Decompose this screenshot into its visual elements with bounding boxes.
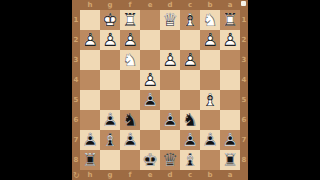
white-king-outline: ♔ [100,10,120,30]
square-h5[interactable] [80,90,100,110]
black-rook[interactable]: ♜ [220,150,240,170]
black-knight-outline: ♘ [120,110,140,130]
coordinate-label: 7 [72,130,80,150]
white-bishop-outline: ♗ [180,10,200,30]
square-d3[interactable]: ♟♙ [160,50,180,70]
square-h8[interactable]: ♜♖ [80,150,100,170]
square-f3[interactable]: ♞♘ [120,50,140,70]
square-c2[interactable] [180,30,200,50]
flip-board-icon[interactable]: ↻ [73,171,80,180]
square-b4[interactable] [200,70,220,90]
page-background: hgfedcba hgfedcba 12345678 12345678 ♚♔♜♖… [0,0,320,180]
coordinate-label: c [180,170,200,180]
square-g5[interactable] [100,90,120,110]
square-c5[interactable] [180,90,200,110]
square-g2[interactable]: ♟♙ [100,30,120,50]
square-h2[interactable]: ♟♙ [80,30,100,50]
square-b2[interactable]: ♟♙ [200,30,220,50]
square-e2[interactable] [140,30,160,50]
square-f6[interactable]: ♞♘ [120,110,140,130]
white-knight-outline: ♘ [200,10,220,30]
white-knight[interactable]: ♞ [200,10,220,30]
white-rook[interactable]: ♜ [220,10,240,30]
coordinate-label: 6 [240,110,248,130]
square-g3[interactable] [100,50,120,70]
coordinate-label: 4 [240,70,248,90]
white-pawn[interactable]: ♟ [100,30,120,50]
black-pawn-outline: ♙ [140,90,160,110]
square-b5[interactable]: ♝♗ [200,90,220,110]
coordinate-label: f [120,170,140,180]
black-king-outline: ♔ [140,150,160,170]
white-pawn[interactable]: ♟ [80,30,100,50]
white-king[interactable]: ♚ [100,10,120,30]
white-pawn[interactable]: ♟ [220,30,240,50]
black-bishop-outline: ♗ [100,130,120,150]
coordinate-label: 8 [72,150,80,170]
white-pawn-outline: ♙ [220,30,240,50]
black-pawn[interactable]: ♟ [120,130,140,150]
square-c8[interactable]: ♝♗ [180,150,200,170]
coordinate-label: 6 [72,110,80,130]
white-pawn-outline: ♙ [180,50,200,70]
coordinate-label: d [160,0,180,10]
chess-board: hgfedcba hgfedcba 12345678 12345678 ♚♔♜♖… [72,0,248,180]
square-d5[interactable] [160,90,180,110]
black-knight[interactable]: ♞ [120,110,140,130]
square-f8[interactable] [120,150,140,170]
square-e8[interactable]: ♚♔ [140,150,160,170]
coordinate-label: 5 [240,90,248,110]
black-queen-outline: ♕ [160,150,180,170]
coordinate-label: g [100,170,120,180]
white-pawn-outline: ♙ [140,70,160,90]
square-f2[interactable]: ♟♙ [120,30,140,50]
square-h3[interactable] [80,50,100,70]
coordinate-label: e [140,170,160,180]
square-h4[interactable] [80,70,100,90]
white-pawn-outline: ♙ [80,30,100,50]
square-g6[interactable]: ♟♙ [100,110,120,130]
square-e4[interactable]: ♟♙ [140,70,160,90]
square-c7[interactable]: ♟♙ [180,130,200,150]
coordinate-label: 4 [72,70,80,90]
white-pawn-outline: ♙ [120,30,140,50]
coordinate-label: e [140,0,160,10]
black-pawn-outline: ♙ [120,130,140,150]
black-rook-outline: ♖ [80,150,100,170]
square-a6[interactable] [220,110,240,130]
black-rook-outline: ♖ [220,150,240,170]
coordinate-label: 2 [240,30,248,50]
coordinate-label: 3 [72,50,80,70]
square-f4[interactable] [120,70,140,90]
square-g8[interactable] [100,150,120,170]
square-d2[interactable] [160,30,180,50]
square-c1[interactable]: ♝♗ [180,10,200,30]
square-d8[interactable]: ♛♕ [160,150,180,170]
black-pawn[interactable]: ♟ [140,90,160,110]
coordinate-label: a [220,170,240,180]
black-pawn-outline: ♙ [100,110,120,130]
coordinate-label: g [100,0,120,10]
square-d4[interactable] [160,70,180,90]
square-b7[interactable]: ♟♙ [200,130,220,150]
white-bishop[interactable]: ♝ [200,90,220,110]
square-a8[interactable]: ♜♖ [220,150,240,170]
square-c6[interactable]: ♞♘ [180,110,200,130]
white-pawn[interactable]: ♟ [200,30,220,50]
white-rook-outline: ♖ [220,10,240,30]
square-h6[interactable] [80,110,100,130]
black-pawn-outline: ♙ [80,130,100,150]
coordinate-label: c [180,0,200,10]
black-knight[interactable]: ♞ [180,110,200,130]
coordinate-label: b [200,0,220,10]
black-pawn[interactable]: ♟ [100,110,120,130]
square-a4[interactable] [220,70,240,90]
black-bishop[interactable]: ♝ [180,150,200,170]
square-b3[interactable] [200,50,220,70]
square-e3[interactable] [140,50,160,70]
square-a5[interactable] [220,90,240,110]
white-queen-outline: ♕ [160,10,180,30]
white-knight[interactable]: ♞ [120,50,140,70]
white-bishop[interactable]: ♝ [180,10,200,30]
white-bishop-outline: ♗ [200,90,220,110]
black-pawn[interactable]: ♟ [180,130,200,150]
file-labels-top: hgfedcba [80,0,240,10]
white-pawn[interactable]: ♟ [160,50,180,70]
square-d6[interactable]: ♟♙ [160,110,180,130]
white-rook-outline: ♖ [120,10,140,30]
square-f5[interactable] [120,90,140,110]
square-a3[interactable] [220,50,240,70]
square-g1[interactable]: ♚♔ [100,10,120,30]
black-pawn[interactable]: ♟ [160,110,180,130]
black-pawn-outline: ♙ [200,130,220,150]
square-e5[interactable]: ♟♙ [140,90,160,110]
square-e7[interactable] [140,130,160,150]
board-grid: ♚♔♜♖♛♕♝♗♞♘♜♖♟♙♟♙♟♙♟♙♟♙♞♘♟♙♟♙♟♙♟♙♝♗♟♙♞♘♟♙… [80,10,240,170]
coordinate-label: 2 [72,30,80,50]
white-knight-outline: ♘ [120,50,140,70]
white-pawn[interactable]: ♟ [180,50,200,70]
square-b6[interactable] [200,110,220,130]
black-bishop[interactable]: ♝ [100,130,120,150]
coordinate-label: 8 [240,150,248,170]
black-pawn-outline: ♙ [180,130,200,150]
white-pawn-outline: ♙ [160,50,180,70]
black-bishop-outline: ♗ [180,150,200,170]
square-h7[interactable]: ♟♙ [80,130,100,150]
square-e1[interactable] [140,10,160,30]
coordinate-label: h [80,0,100,10]
square-b1[interactable]: ♞♘ [200,10,220,30]
square-a1[interactable]: ♜♖ [220,10,240,30]
coordinate-label: 1 [72,10,80,30]
black-pawn[interactable]: ♟ [200,130,220,150]
coordinate-label: b [200,170,220,180]
square-c4[interactable] [180,70,200,90]
coordinate-label: h [80,170,100,180]
coordinate-label: 7 [240,130,248,150]
black-pawn-outline: ♙ [220,130,240,150]
rank-labels-left: 12345678 [72,10,80,170]
black-pawn[interactable]: ♟ [220,130,240,150]
white-pawn[interactable]: ♟ [140,70,160,90]
square-c3[interactable]: ♟♙ [180,50,200,70]
coordinate-label: a [220,0,240,10]
white-pawn[interactable]: ♟ [120,30,140,50]
square-d1[interactable]: ♛♕ [160,10,180,30]
board-marker-icon [241,1,246,6]
square-f7[interactable]: ♟♙ [120,130,140,150]
coordinate-label: 3 [240,50,248,70]
rank-labels-right: 12345678 [240,10,248,170]
black-pawn[interactable]: ♟ [80,130,100,150]
white-queen[interactable]: ♛ [160,10,180,30]
square-a7[interactable]: ♟♙ [220,130,240,150]
black-queen[interactable]: ♛ [160,150,180,170]
black-knight-outline: ♘ [180,110,200,130]
square-e6[interactable] [140,110,160,130]
white-pawn-outline: ♙ [100,30,120,50]
square-g4[interactable] [100,70,120,90]
coordinate-label: f [120,0,140,10]
square-f1[interactable]: ♜♖ [120,10,140,30]
file-labels-bottom: hgfedcba [80,170,240,180]
white-rook[interactable]: ♜ [120,10,140,30]
coordinate-label: d [160,170,180,180]
square-d7[interactable] [160,130,180,150]
coordinate-label: 5 [72,90,80,110]
square-g7[interactable]: ♝♗ [100,130,120,150]
square-a2[interactable]: ♟♙ [220,30,240,50]
square-h1[interactable] [80,10,100,30]
square-b8[interactable] [200,150,220,170]
coordinate-label: 1 [240,10,248,30]
black-rook[interactable]: ♜ [80,150,100,170]
black-pawn-outline: ♙ [160,110,180,130]
black-king[interactable]: ♚ [140,150,160,170]
white-pawn-outline: ♙ [200,30,220,50]
